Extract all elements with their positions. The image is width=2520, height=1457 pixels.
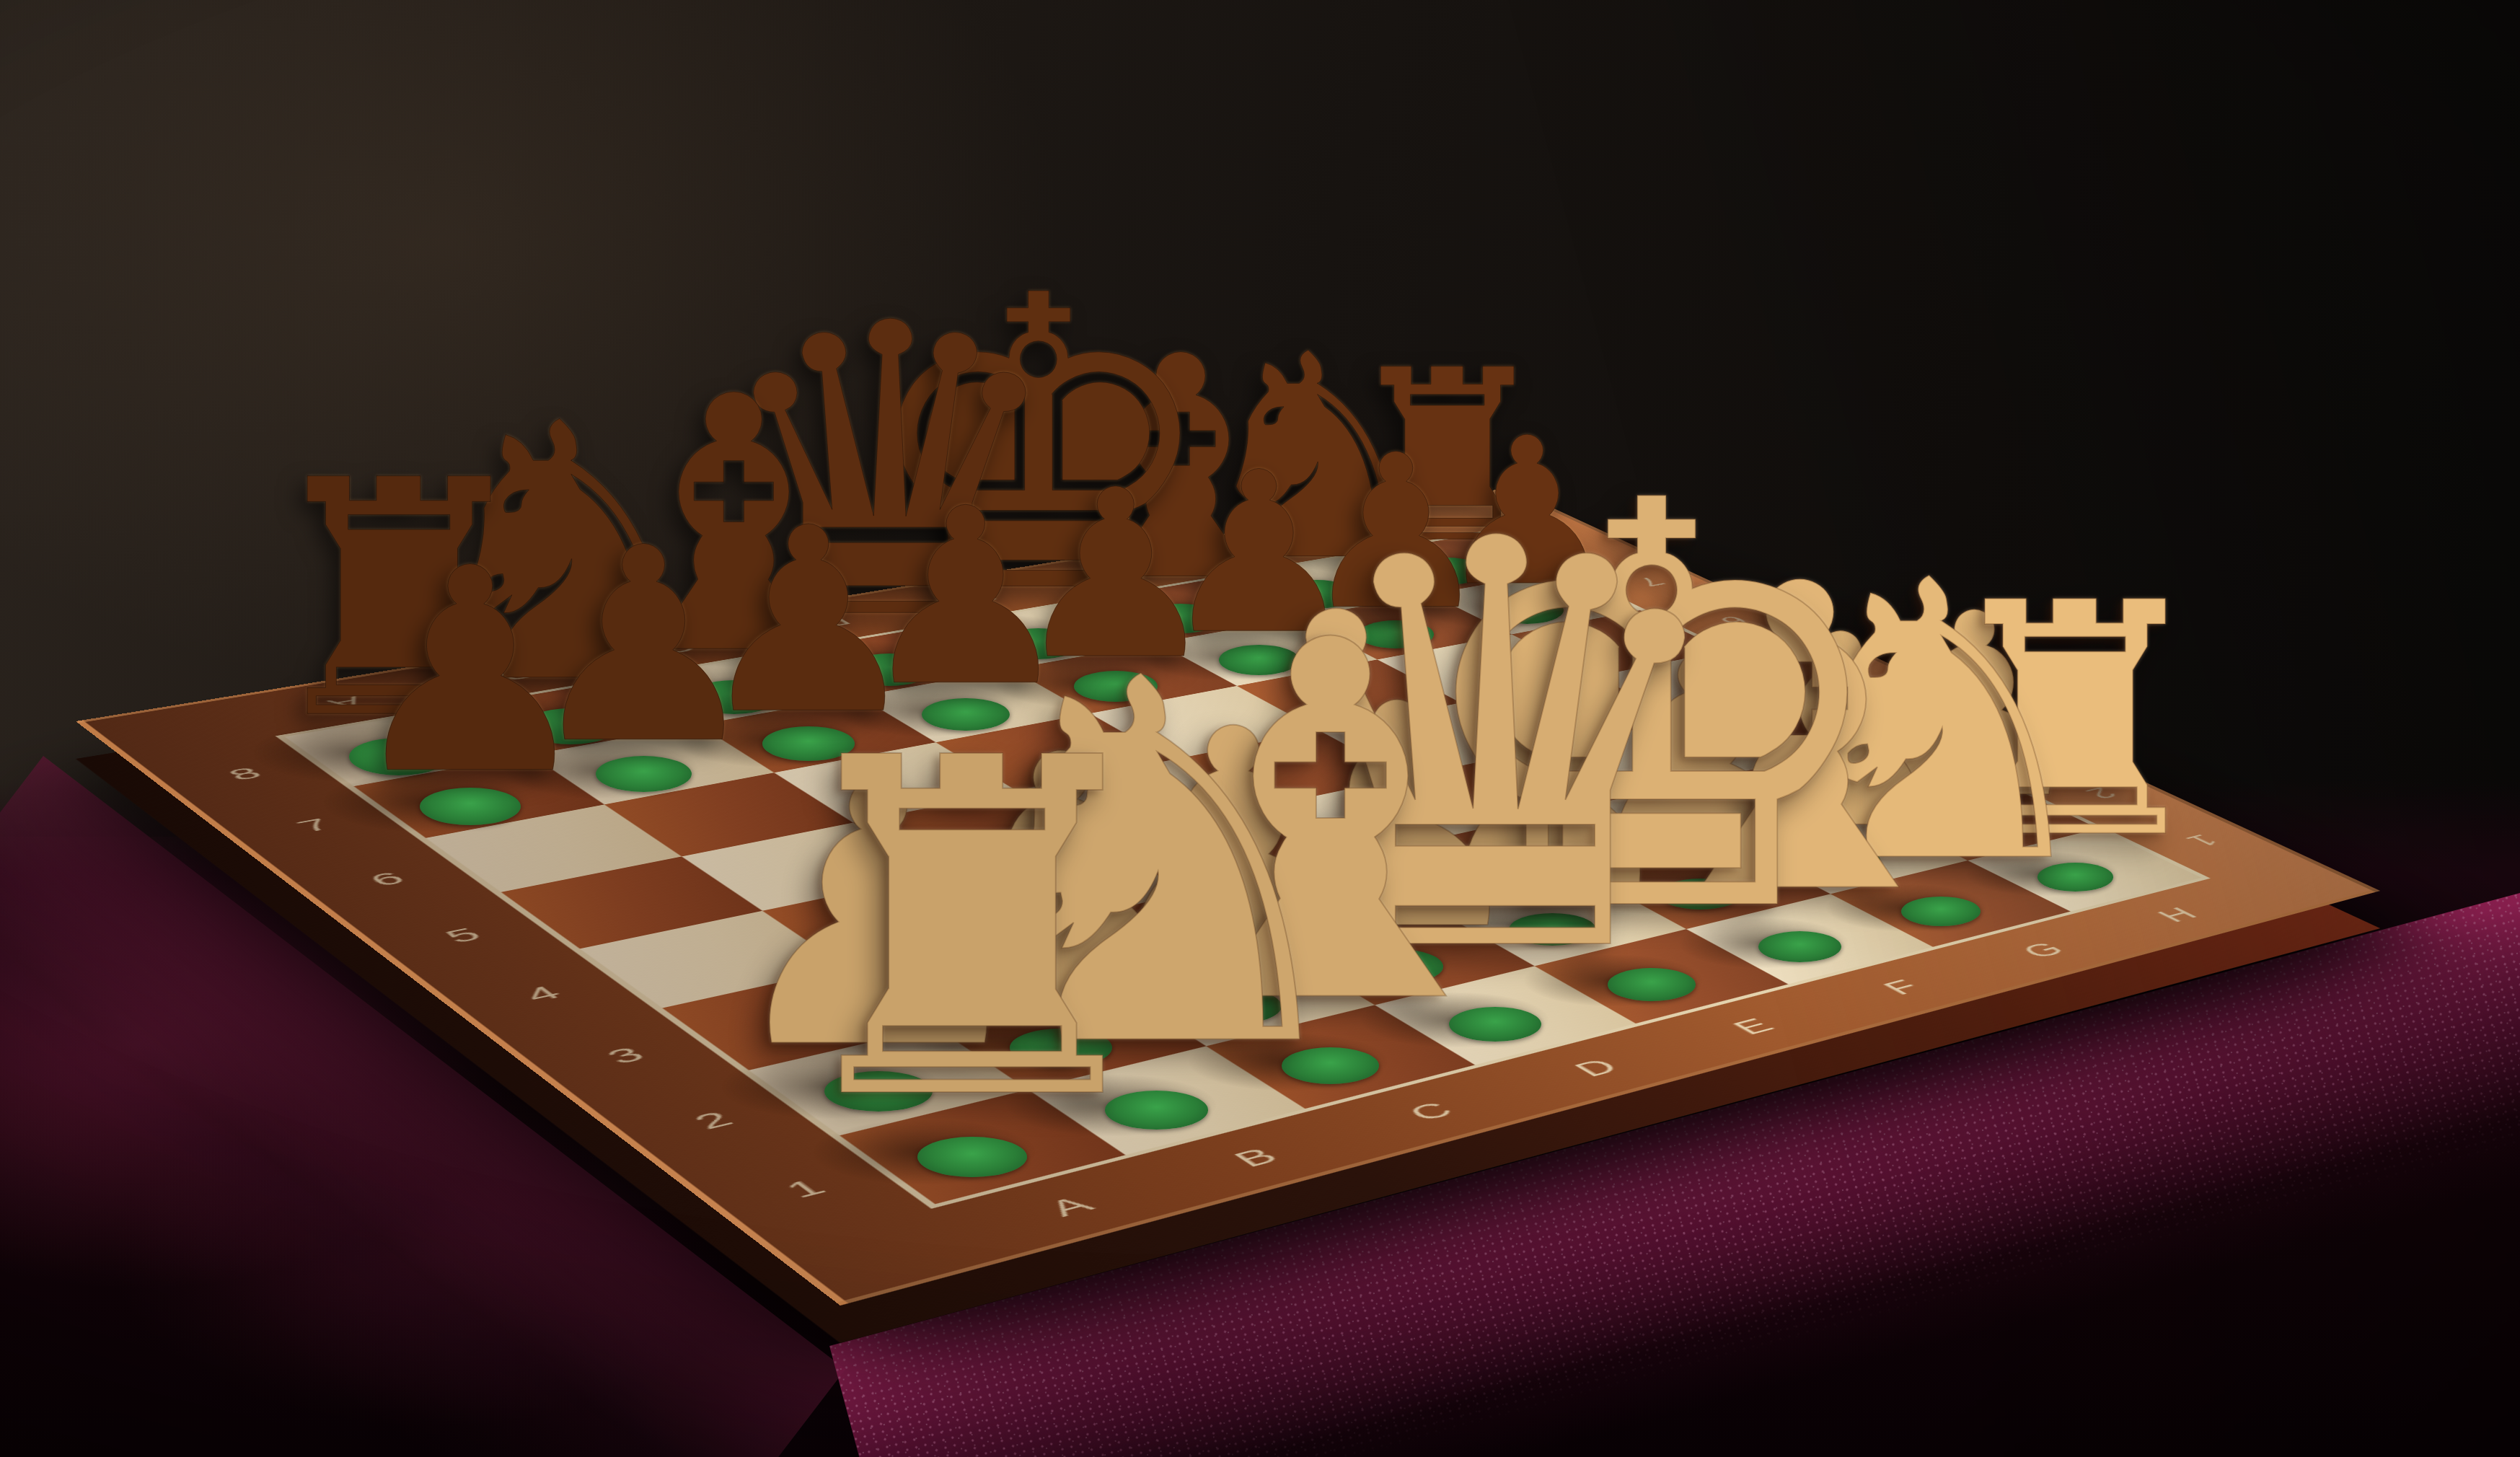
photo-stage: AABBCCDDEEFFGGHH1122334455667788 ♜♞♟♝♟♚♟… <box>0 0 2520 1457</box>
